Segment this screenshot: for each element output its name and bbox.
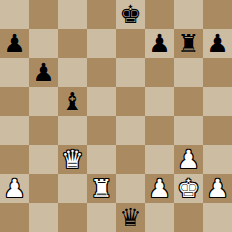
square-f8[interactable] [145,0,174,29]
square-e2[interactable] [116,174,145,203]
piece-black-bishop[interactable]: ♝ [61,87,83,116]
piece-black-queen[interactable]: ♛ [119,203,141,232]
square-e6[interactable] [116,58,145,87]
square-a6[interactable] [0,58,29,87]
square-b8[interactable] [29,0,58,29]
square-a1[interactable] [0,203,29,232]
square-h5[interactable] [203,87,232,116]
square-d4[interactable] [87,116,116,145]
square-e5[interactable] [116,87,145,116]
square-h8[interactable] [203,0,232,29]
square-f2[interactable]: ♟ [145,174,174,203]
square-f4[interactable] [145,116,174,145]
square-d6[interactable] [87,58,116,87]
square-g8[interactable] [174,0,203,29]
square-c7[interactable] [58,29,87,58]
square-c2[interactable] [58,174,87,203]
square-d2[interactable]: ♜ [87,174,116,203]
square-f3[interactable] [145,145,174,174]
piece-white-rook[interactable]: ♜ [90,174,112,203]
square-c6[interactable] [58,58,87,87]
piece-black-rook[interactable]: ♜ [177,29,199,58]
piece-white-pawn[interactable]: ♟ [3,174,25,203]
square-e4[interactable] [116,116,145,145]
piece-black-pawn[interactable]: ♟ [206,29,228,58]
square-b3[interactable] [29,145,58,174]
square-h3[interactable] [203,145,232,174]
piece-black-king[interactable]: ♚ [119,0,141,29]
square-g1[interactable] [174,203,203,232]
square-e1[interactable]: ♛ [116,203,145,232]
square-d8[interactable] [87,0,116,29]
square-g6[interactable] [174,58,203,87]
piece-white-pawn[interactable]: ♟ [177,145,199,174]
square-h1[interactable] [203,203,232,232]
square-e3[interactable] [116,145,145,174]
square-a2[interactable]: ♟ [0,174,29,203]
chess-board: ♚♟♟♜♟♟♝♛♟♟♜♟♚♟♛ [0,0,232,232]
square-g5[interactable] [174,87,203,116]
square-c4[interactable] [58,116,87,145]
square-c3[interactable]: ♛ [58,145,87,174]
square-e8[interactable]: ♚ [116,0,145,29]
square-c1[interactable] [58,203,87,232]
piece-black-pawn[interactable]: ♟ [3,29,25,58]
square-g7[interactable]: ♜ [174,29,203,58]
square-d7[interactable] [87,29,116,58]
piece-white-pawn[interactable]: ♟ [206,174,228,203]
square-b6[interactable]: ♟ [29,58,58,87]
square-g2[interactable]: ♚ [174,174,203,203]
piece-white-queen[interactable]: ♛ [61,145,83,174]
square-b7[interactable] [29,29,58,58]
square-e7[interactable] [116,29,145,58]
square-b4[interactable] [29,116,58,145]
square-f1[interactable] [145,203,174,232]
piece-black-pawn[interactable]: ♟ [32,58,54,87]
square-a8[interactable] [0,0,29,29]
square-a3[interactable] [0,145,29,174]
square-h2[interactable]: ♟ [203,174,232,203]
square-a5[interactable] [0,87,29,116]
square-h4[interactable] [203,116,232,145]
square-c8[interactable] [58,0,87,29]
square-a7[interactable]: ♟ [0,29,29,58]
square-f5[interactable] [145,87,174,116]
square-b1[interactable] [29,203,58,232]
square-g3[interactable]: ♟ [174,145,203,174]
square-d1[interactable] [87,203,116,232]
piece-white-king[interactable]: ♚ [177,174,199,203]
square-b2[interactable] [29,174,58,203]
piece-white-pawn[interactable]: ♟ [148,174,170,203]
square-f7[interactable]: ♟ [145,29,174,58]
square-d5[interactable] [87,87,116,116]
square-f6[interactable] [145,58,174,87]
square-b5[interactable] [29,87,58,116]
square-d3[interactable] [87,145,116,174]
square-h6[interactable] [203,58,232,87]
square-a4[interactable] [0,116,29,145]
piece-black-pawn[interactable]: ♟ [148,29,170,58]
square-g4[interactable] [174,116,203,145]
square-h7[interactable]: ♟ [203,29,232,58]
square-c5[interactable]: ♝ [58,87,87,116]
